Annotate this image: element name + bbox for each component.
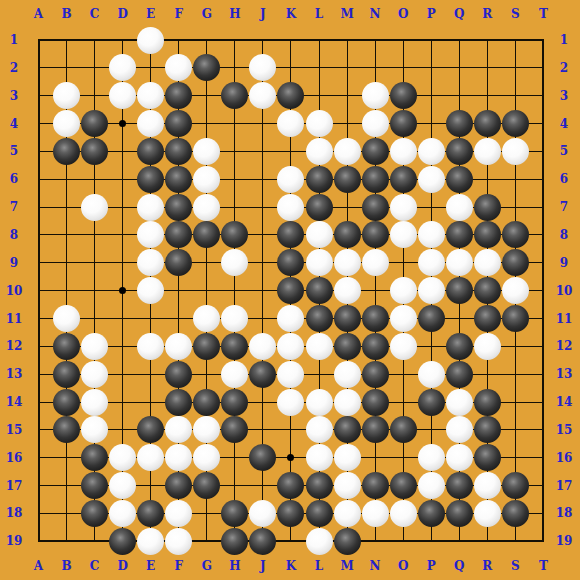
- coord-label-bottom-M: M: [337, 560, 357, 572]
- coord-label-right-5: 5: [554, 145, 574, 157]
- black-stone-P11[interactable]: [418, 305, 445, 332]
- black-stone-L6[interactable]: [306, 166, 333, 193]
- coord-label-bottom-C: C: [85, 560, 105, 572]
- coord-label-right-11: 11: [554, 313, 574, 325]
- coord-label-left-12: 12: [4, 340, 24, 352]
- coord-label-bottom-F: F: [169, 560, 189, 572]
- white-stone-L9[interactable]: [306, 249, 333, 276]
- white-stone-D2[interactable]: [109, 54, 136, 81]
- black-stone-L17[interactable]: [306, 472, 333, 499]
- black-stone-H8[interactable]: [221, 221, 248, 248]
- white-stone-B4[interactable]: [53, 110, 80, 137]
- black-stone-F17[interactable]: [165, 472, 192, 499]
- black-stone-E15[interactable]: [137, 416, 164, 443]
- white-stone-L14[interactable]: [306, 389, 333, 416]
- black-stone-H15[interactable]: [221, 416, 248, 443]
- coord-label-left-18: 18: [4, 507, 24, 519]
- black-stone-N6[interactable]: [362, 166, 389, 193]
- coord-label-left-1: 1: [4, 34, 24, 46]
- coord-label-bottom-B: B: [57, 560, 77, 572]
- black-stone-N5[interactable]: [362, 138, 389, 165]
- coord-label-left-3: 3: [4, 90, 24, 102]
- black-stone-L7[interactable]: [306, 194, 333, 221]
- coord-label-left-5: 5: [4, 145, 24, 157]
- white-stone-N3[interactable]: [362, 82, 389, 109]
- black-stone-G17[interactable]: [193, 472, 220, 499]
- black-stone-K17[interactable]: [277, 472, 304, 499]
- coord-label-bottom-A: A: [29, 560, 49, 572]
- black-stone-Q18[interactable]: [446, 500, 473, 527]
- black-stone-Q13[interactable]: [446, 361, 473, 388]
- coord-label-bottom-T: T: [533, 560, 553, 572]
- white-stone-F12[interactable]: [165, 333, 192, 360]
- black-stone-L11[interactable]: [306, 305, 333, 332]
- coord-label-left-16: 16: [4, 452, 24, 464]
- white-stone-O5[interactable]: [390, 138, 417, 165]
- coord-label-top-F: F: [169, 8, 189, 20]
- coord-label-right-2: 2: [554, 62, 574, 74]
- black-stone-K3[interactable]: [277, 82, 304, 109]
- coord-label-right-14: 14: [554, 396, 574, 408]
- black-stone-S18[interactable]: [502, 500, 529, 527]
- white-stone-P5[interactable]: [418, 138, 445, 165]
- black-stone-K8[interactable]: [277, 221, 304, 248]
- coord-label-top-L: L: [309, 8, 329, 20]
- black-stone-M12[interactable]: [334, 333, 361, 360]
- black-stone-R4[interactable]: [474, 110, 501, 137]
- black-stone-Q6[interactable]: [446, 166, 473, 193]
- white-stone-O7[interactable]: [390, 194, 417, 221]
- coord-label-left-9: 9: [4, 257, 24, 269]
- black-stone-P14[interactable]: [418, 389, 445, 416]
- black-stone-S4[interactable]: [502, 110, 529, 137]
- coord-label-right-19: 19: [554, 535, 574, 547]
- black-stone-N13[interactable]: [362, 361, 389, 388]
- white-stone-E1[interactable]: [137, 27, 164, 54]
- white-stone-E12[interactable]: [137, 333, 164, 360]
- black-stone-S11[interactable]: [502, 305, 529, 332]
- coord-label-bottom-L: L: [309, 560, 329, 572]
- coord-label-top-D: D: [113, 8, 133, 20]
- coord-label-right-10: 10: [554, 285, 574, 297]
- white-stone-L5[interactable]: [306, 138, 333, 165]
- black-stone-S8[interactable]: [502, 221, 529, 248]
- black-stone-N14[interactable]: [362, 389, 389, 416]
- black-stone-C16[interactable]: [81, 444, 108, 471]
- coord-label-right-18: 18: [554, 507, 574, 519]
- white-stone-O12[interactable]: [390, 333, 417, 360]
- white-stone-O8[interactable]: [390, 221, 417, 248]
- white-stone-E7[interactable]: [137, 194, 164, 221]
- black-stone-M11[interactable]: [334, 305, 361, 332]
- white-stone-K13[interactable]: [277, 361, 304, 388]
- white-stone-M10[interactable]: [334, 277, 361, 304]
- black-stone-B12[interactable]: [53, 333, 80, 360]
- white-stone-M14[interactable]: [334, 389, 361, 416]
- black-stone-G2[interactable]: [193, 54, 220, 81]
- coord-label-right-13: 13: [554, 368, 574, 380]
- coord-label-left-15: 15: [4, 424, 24, 436]
- black-stone-H14[interactable]: [221, 389, 248, 416]
- coord-label-top-Q: Q: [449, 8, 469, 20]
- white-stone-K14[interactable]: [277, 389, 304, 416]
- white-stone-G6[interactable]: [193, 166, 220, 193]
- white-stone-D18[interactable]: [109, 500, 136, 527]
- coord-label-bottom-P: P: [421, 560, 441, 572]
- white-stone-M5[interactable]: [334, 138, 361, 165]
- white-stone-E4[interactable]: [137, 110, 164, 137]
- white-stone-L8[interactable]: [306, 221, 333, 248]
- black-stone-L10[interactable]: [306, 277, 333, 304]
- white-stone-S5[interactable]: [502, 138, 529, 165]
- black-stone-M19[interactable]: [334, 528, 361, 555]
- black-stone-Q10[interactable]: [446, 277, 473, 304]
- black-stone-E5[interactable]: [137, 138, 164, 165]
- black-stone-O17[interactable]: [390, 472, 417, 499]
- black-stone-H12[interactable]: [221, 333, 248, 360]
- white-stone-L12[interactable]: [306, 333, 333, 360]
- black-stone-B13[interactable]: [53, 361, 80, 388]
- white-stone-Q7[interactable]: [446, 194, 473, 221]
- black-stone-F5[interactable]: [165, 138, 192, 165]
- black-stone-E18[interactable]: [137, 500, 164, 527]
- white-stone-Q16[interactable]: [446, 444, 473, 471]
- white-stone-C7[interactable]: [81, 194, 108, 221]
- coord-label-right-16: 16: [554, 452, 574, 464]
- white-stone-M13[interactable]: [334, 361, 361, 388]
- black-stone-R8[interactable]: [474, 221, 501, 248]
- white-stone-Q9[interactable]: [446, 249, 473, 276]
- black-stone-J16[interactable]: [249, 444, 276, 471]
- black-stone-N17[interactable]: [362, 472, 389, 499]
- white-stone-R18[interactable]: [474, 500, 501, 527]
- black-stone-S9[interactable]: [502, 249, 529, 276]
- white-stone-G16[interactable]: [193, 444, 220, 471]
- white-stone-K4[interactable]: [277, 110, 304, 137]
- coord-label-bottom-S: S: [505, 560, 525, 572]
- coord-label-bottom-G: G: [197, 560, 217, 572]
- white-stone-E10[interactable]: [137, 277, 164, 304]
- coord-label-right-12: 12: [554, 340, 574, 352]
- black-stone-J13[interactable]: [249, 361, 276, 388]
- black-stone-O3[interactable]: [390, 82, 417, 109]
- white-stone-P8[interactable]: [418, 221, 445, 248]
- black-stone-Q12[interactable]: [446, 333, 473, 360]
- white-stone-E9[interactable]: [137, 249, 164, 276]
- black-stone-R10[interactable]: [474, 277, 501, 304]
- coord-label-bottom-N: N: [365, 560, 385, 572]
- coord-label-right-17: 17: [554, 480, 574, 492]
- white-stone-J2[interactable]: [249, 54, 276, 81]
- black-stone-H19[interactable]: [221, 528, 248, 555]
- black-stone-H3[interactable]: [221, 82, 248, 109]
- white-stone-O18[interactable]: [390, 500, 417, 527]
- black-stone-K18[interactable]: [277, 500, 304, 527]
- white-stone-R5[interactable]: [474, 138, 501, 165]
- white-stone-O11[interactable]: [390, 305, 417, 332]
- coord-label-right-8: 8: [554, 229, 574, 241]
- white-stone-J12[interactable]: [249, 333, 276, 360]
- white-stone-L16[interactable]: [306, 444, 333, 471]
- black-stone-N15[interactable]: [362, 416, 389, 443]
- white-stone-Q15[interactable]: [446, 416, 473, 443]
- white-stone-F16[interactable]: [165, 444, 192, 471]
- black-stone-K9[interactable]: [277, 249, 304, 276]
- coord-label-top-T: T: [533, 8, 553, 20]
- black-stone-F9[interactable]: [165, 249, 192, 276]
- black-stone-F7[interactable]: [165, 194, 192, 221]
- black-stone-O15[interactable]: [390, 416, 417, 443]
- white-stone-G11[interactable]: [193, 305, 220, 332]
- white-stone-P17[interactable]: [418, 472, 445, 499]
- white-stone-R17[interactable]: [474, 472, 501, 499]
- coord-label-right-9: 9: [554, 257, 574, 269]
- white-stone-E3[interactable]: [137, 82, 164, 109]
- coord-label-left-2: 2: [4, 62, 24, 74]
- white-stone-K7[interactable]: [277, 194, 304, 221]
- white-stone-P10[interactable]: [418, 277, 445, 304]
- black-stone-C5[interactable]: [81, 138, 108, 165]
- black-stone-B14[interactable]: [53, 389, 80, 416]
- white-stone-D17[interactable]: [109, 472, 136, 499]
- coord-label-left-6: 6: [4, 173, 24, 185]
- black-stone-S17[interactable]: [502, 472, 529, 499]
- black-stone-Q5[interactable]: [446, 138, 473, 165]
- white-stone-L19[interactable]: [306, 528, 333, 555]
- white-stone-P6[interactable]: [418, 166, 445, 193]
- black-stone-M15[interactable]: [334, 416, 361, 443]
- coord-label-left-11: 11: [4, 313, 24, 325]
- coord-label-left-7: 7: [4, 201, 24, 213]
- white-stone-G5[interactable]: [193, 138, 220, 165]
- white-stone-E16[interactable]: [137, 444, 164, 471]
- white-stone-P16[interactable]: [418, 444, 445, 471]
- white-stone-B11[interactable]: [53, 305, 80, 332]
- white-stone-R9[interactable]: [474, 249, 501, 276]
- black-stone-F14[interactable]: [165, 389, 192, 416]
- black-stone-G8[interactable]: [193, 221, 220, 248]
- coord-label-bottom-O: O: [393, 560, 413, 572]
- white-stone-N4[interactable]: [362, 110, 389, 137]
- white-stone-F2[interactable]: [165, 54, 192, 81]
- white-stone-C14[interactable]: [81, 389, 108, 416]
- white-stone-M9[interactable]: [334, 249, 361, 276]
- white-stone-C15[interactable]: [81, 416, 108, 443]
- white-stone-H9[interactable]: [221, 249, 248, 276]
- white-stone-D16[interactable]: [109, 444, 136, 471]
- white-stone-H11[interactable]: [221, 305, 248, 332]
- coord-label-top-E: E: [141, 8, 161, 20]
- black-stone-P18[interactable]: [418, 500, 445, 527]
- white-stone-F19[interactable]: [165, 528, 192, 555]
- black-stone-K10[interactable]: [277, 277, 304, 304]
- black-stone-Q8[interactable]: [446, 221, 473, 248]
- coord-label-top-N: N: [365, 8, 385, 20]
- coord-label-top-K: K: [281, 8, 301, 20]
- coord-label-right-15: 15: [554, 424, 574, 436]
- black-stone-R16[interactable]: [474, 444, 501, 471]
- coord-label-left-4: 4: [4, 118, 24, 130]
- coord-label-bottom-R: R: [477, 560, 497, 572]
- coord-label-right-1: 1: [554, 34, 574, 46]
- white-stone-G15[interactable]: [193, 416, 220, 443]
- coord-label-bottom-D: D: [113, 560, 133, 572]
- hoshi-D4: [119, 120, 126, 127]
- white-stone-K12[interactable]: [277, 333, 304, 360]
- coord-label-top-S: S: [505, 8, 525, 20]
- white-stone-C12[interactable]: [81, 333, 108, 360]
- white-stone-B3[interactable]: [53, 82, 80, 109]
- coord-label-right-3: 3: [554, 90, 574, 102]
- coord-label-left-17: 17: [4, 480, 24, 492]
- coord-label-top-R: R: [477, 8, 497, 20]
- black-stone-F6[interactable]: [165, 166, 192, 193]
- black-stone-E6[interactable]: [137, 166, 164, 193]
- black-stone-F13[interactable]: [165, 361, 192, 388]
- white-stone-J3[interactable]: [249, 82, 276, 109]
- coord-label-right-6: 6: [554, 173, 574, 185]
- white-stone-F15[interactable]: [165, 416, 192, 443]
- coord-label-top-P: P: [421, 8, 441, 20]
- white-stone-Q14[interactable]: [446, 389, 473, 416]
- black-stone-O4[interactable]: [390, 110, 417, 137]
- white-stone-S10[interactable]: [502, 277, 529, 304]
- white-stone-K6[interactable]: [277, 166, 304, 193]
- white-stone-K11[interactable]: [277, 305, 304, 332]
- white-stone-M17[interactable]: [334, 472, 361, 499]
- coord-label-top-A: A: [29, 8, 49, 20]
- white-stone-P9[interactable]: [418, 249, 445, 276]
- white-stone-R12[interactable]: [474, 333, 501, 360]
- black-stone-N12[interactable]: [362, 333, 389, 360]
- black-stone-H18[interactable]: [221, 500, 248, 527]
- coord-label-left-10: 10: [4, 285, 24, 297]
- black-stone-N11[interactable]: [362, 305, 389, 332]
- black-stone-J19[interactable]: [249, 528, 276, 555]
- white-stone-D3[interactable]: [109, 82, 136, 109]
- coord-label-top-M: M: [337, 8, 357, 20]
- black-stone-F4[interactable]: [165, 110, 192, 137]
- white-stone-C13[interactable]: [81, 361, 108, 388]
- black-stone-R7[interactable]: [474, 194, 501, 221]
- black-stone-R11[interactable]: [474, 305, 501, 332]
- white-stone-J18[interactable]: [249, 500, 276, 527]
- white-stone-P13[interactable]: [418, 361, 445, 388]
- white-stone-G7[interactable]: [193, 194, 220, 221]
- coord-label-top-J: J: [253, 8, 273, 20]
- coord-label-bottom-E: E: [141, 560, 161, 572]
- coord-label-right-4: 4: [554, 118, 574, 130]
- coord-label-left-8: 8: [4, 229, 24, 241]
- black-stone-B15[interactable]: [53, 416, 80, 443]
- grid-vline-T: [542, 39, 544, 542]
- black-stone-R14[interactable]: [474, 389, 501, 416]
- black-stone-G14[interactable]: [193, 389, 220, 416]
- white-stone-N9[interactable]: [362, 249, 389, 276]
- hoshi-D10: [119, 287, 126, 294]
- white-stone-L4[interactable]: [306, 110, 333, 137]
- black-stone-M6[interactable]: [334, 166, 361, 193]
- coord-label-bottom-H: H: [225, 560, 245, 572]
- black-stone-Q17[interactable]: [446, 472, 473, 499]
- black-stone-G12[interactable]: [193, 333, 220, 360]
- black-stone-L18[interactable]: [306, 500, 333, 527]
- black-stone-M8[interactable]: [334, 221, 361, 248]
- coord-label-bottom-K: K: [281, 560, 301, 572]
- black-stone-C17[interactable]: [81, 472, 108, 499]
- coord-label-top-O: O: [393, 8, 413, 20]
- black-stone-B5[interactable]: [53, 138, 80, 165]
- black-stone-F3[interactable]: [165, 82, 192, 109]
- black-stone-C4[interactable]: [81, 110, 108, 137]
- coord-label-bottom-J: J: [253, 560, 273, 572]
- white-stone-M18[interactable]: [334, 500, 361, 527]
- white-stone-F18[interactable]: [165, 500, 192, 527]
- go-board[interactable]: ABCDEFGHJKLMNOPQRST ABCDEFGHJKLMNOPQRST …: [0, 0, 580, 580]
- white-stone-E8[interactable]: [137, 221, 164, 248]
- white-stone-L15[interactable]: [306, 416, 333, 443]
- black-stone-D19[interactable]: [109, 528, 136, 555]
- black-stone-Q4[interactable]: [446, 110, 473, 137]
- black-stone-F8[interactable]: [165, 221, 192, 248]
- black-stone-N7[interactable]: [362, 194, 389, 221]
- hoshi-K16: [287, 454, 294, 461]
- coord-label-top-H: H: [225, 8, 245, 20]
- coord-label-left-13: 13: [4, 368, 24, 380]
- black-stone-C18[interactable]: [81, 500, 108, 527]
- black-stone-O6[interactable]: [390, 166, 417, 193]
- white-stone-E19[interactable]: [137, 528, 164, 555]
- white-stone-O10[interactable]: [390, 277, 417, 304]
- white-stone-H13[interactable]: [221, 361, 248, 388]
- black-stone-R15[interactable]: [474, 416, 501, 443]
- coord-label-top-B: B: [57, 8, 77, 20]
- coord-label-top-G: G: [197, 8, 217, 20]
- coord-label-left-14: 14: [4, 396, 24, 408]
- coord-label-right-7: 7: [554, 201, 574, 213]
- white-stone-M16[interactable]: [334, 444, 361, 471]
- coord-label-bottom-Q: Q: [449, 560, 469, 572]
- black-stone-N8[interactable]: [362, 221, 389, 248]
- white-stone-N18[interactable]: [362, 500, 389, 527]
- coord-label-left-19: 19: [4, 535, 24, 547]
- coord-label-top-C: C: [85, 8, 105, 20]
